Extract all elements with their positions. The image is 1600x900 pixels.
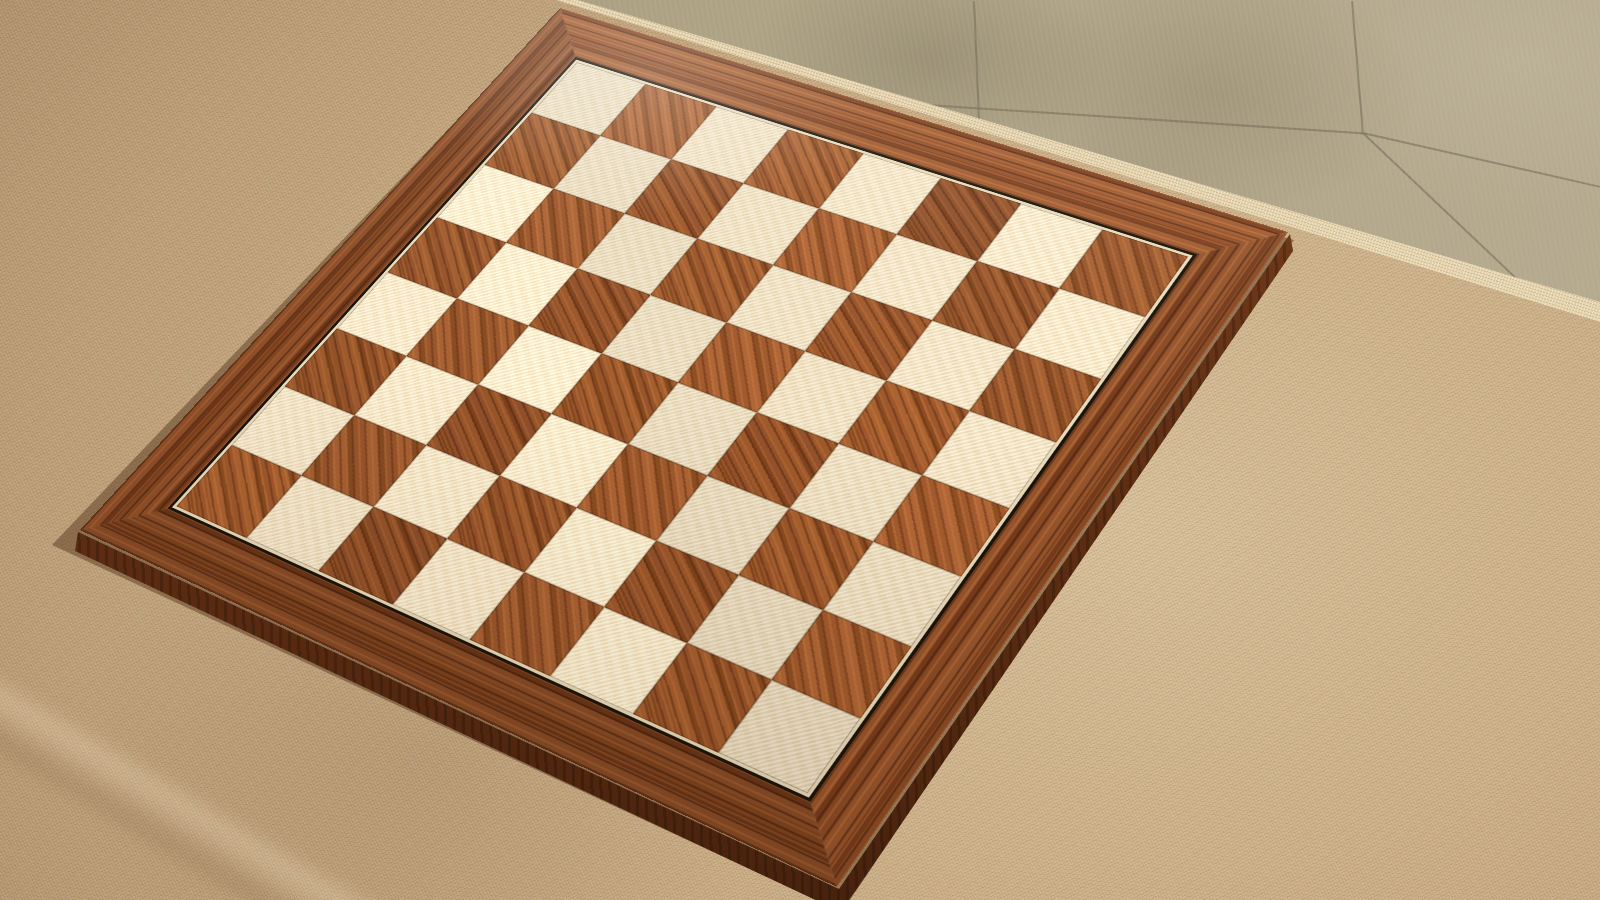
grout-line — [1363, 132, 1600, 188]
grout-line — [1351, 1, 1364, 135]
grout-line — [973, 1, 980, 120]
scene — [0, 0, 1600, 900]
